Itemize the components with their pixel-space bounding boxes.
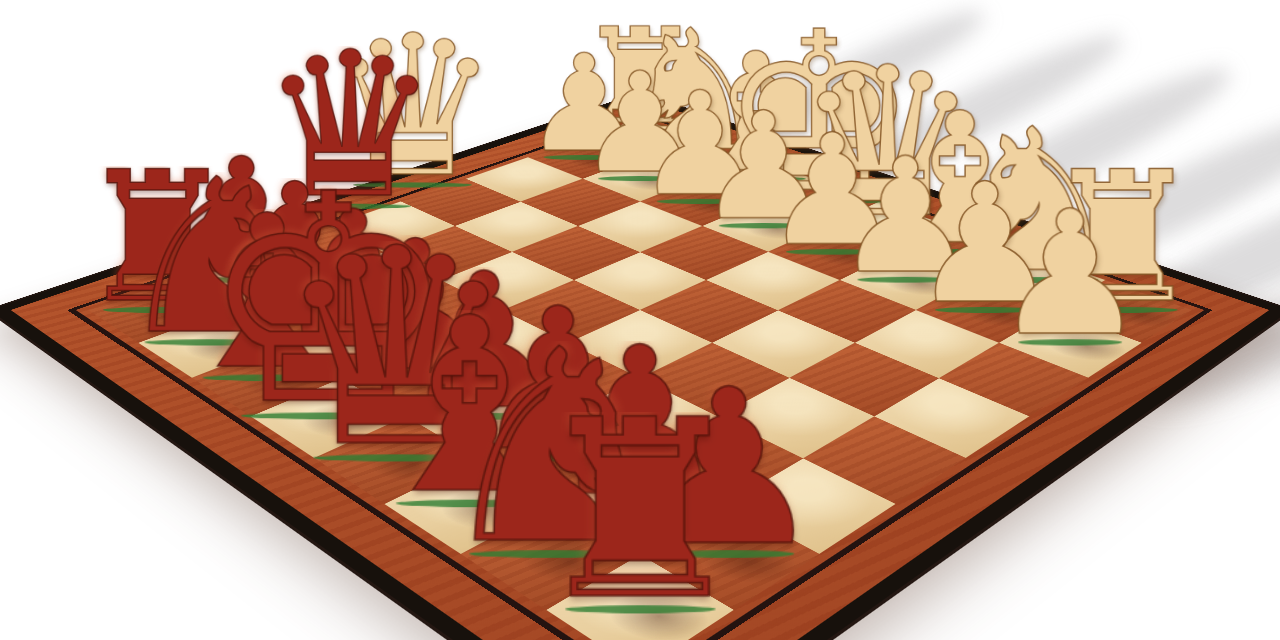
chess-board: ♜♟♟♜♞♟♟♞♝♟♟♝♛♟♟♛♚♟♟♚♝♟♟♝♞♟♟♞♜♟♟♜ ♛♛ (0, 93, 1280, 640)
white-pawn-a2[interactable]: ♟ (993, 205, 1147, 342)
pawn-glyph-icon: ♟ (993, 205, 1147, 342)
product-photo-stage: ♜♟♟♜♞♟♟♞♝♟♟♝♛♟♟♛♚♟♟♚♝♟♟♝♞♟♟♞♜♟♟♜ ♛♛ (0, 0, 1280, 640)
black-rook-a8[interactable]: ♜ (530, 413, 751, 610)
board-playfield: ♜♟♟♜♞♟♟♞♝♟♟♝♛♟♟♛♚♟♟♚♝♟♟♝♞♟♟♞♜♟♟♜ (88, 118, 1191, 640)
rook-glyph-icon: ♜ (530, 413, 751, 610)
